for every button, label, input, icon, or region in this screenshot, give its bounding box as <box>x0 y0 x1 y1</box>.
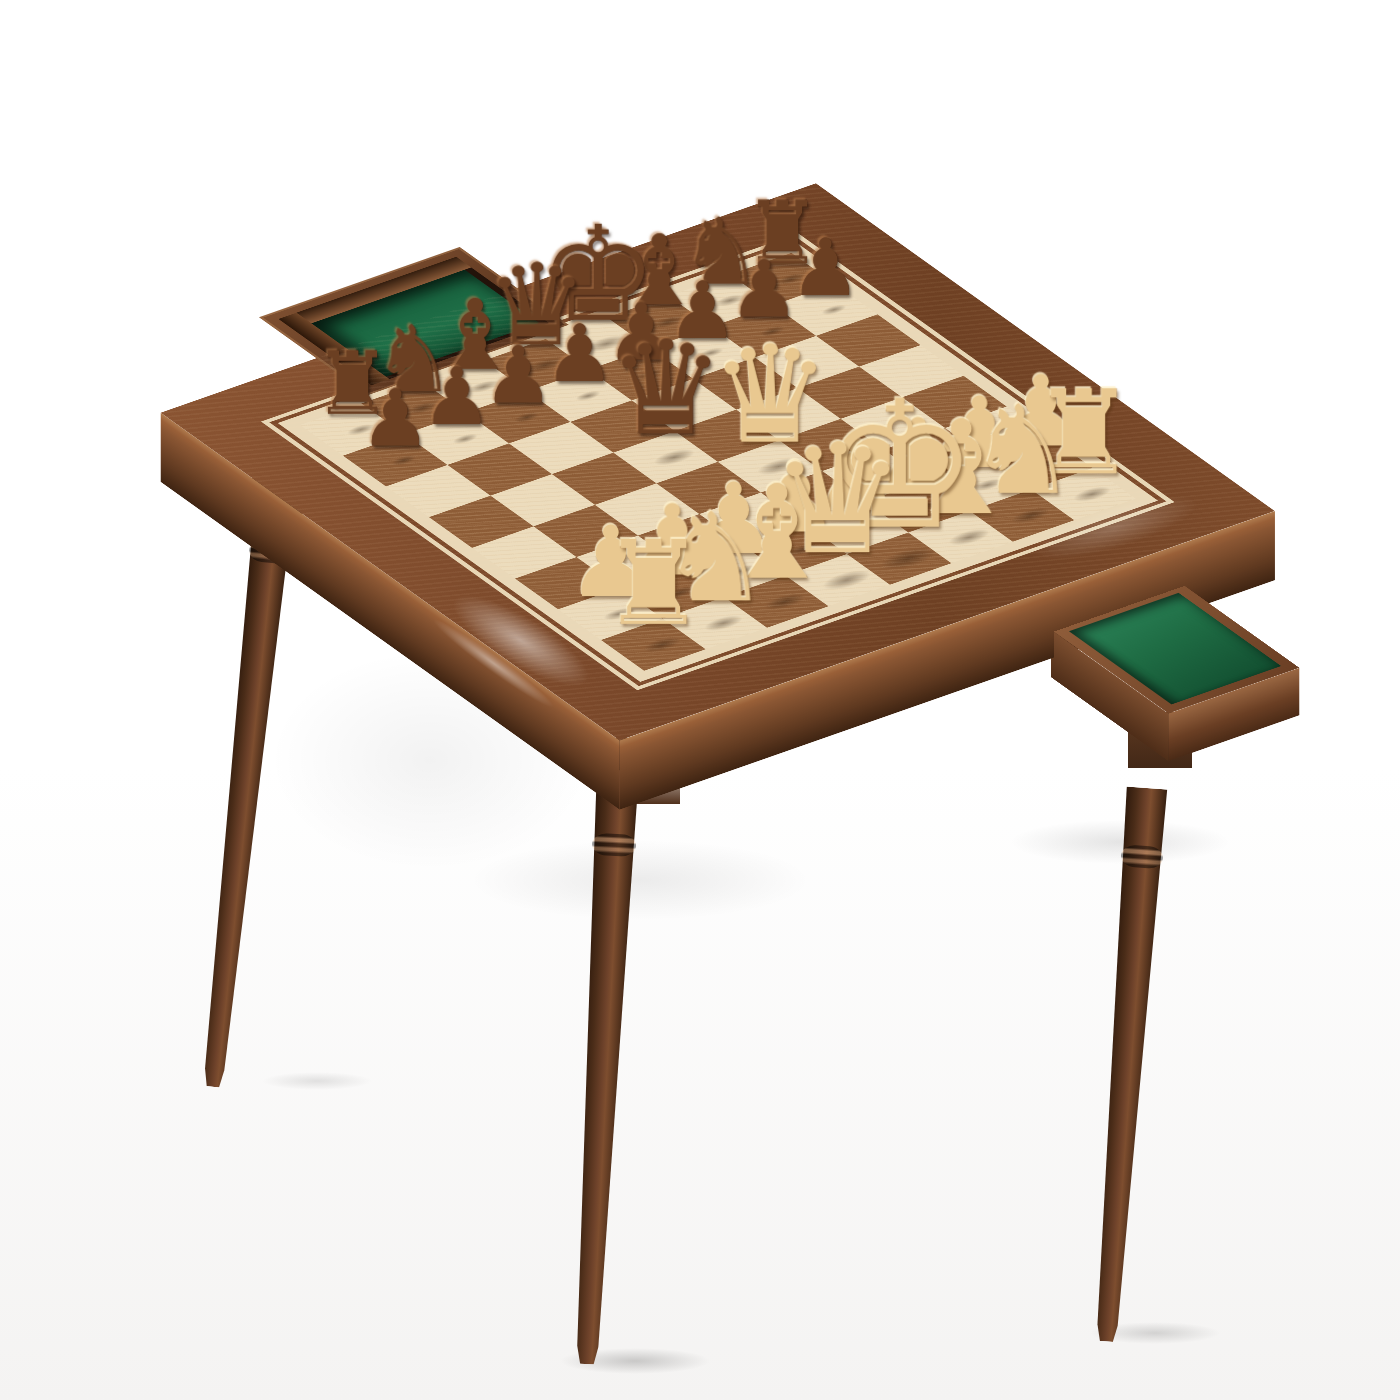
front-leg-turning <box>591 833 636 857</box>
left-leg-floor-shadow <box>262 1072 372 1090</box>
chess-table: ♜♞♝♛♚♝♞♜♟♟♟♟♟♟♟♟♛♛♟♟♟♟♟♟♟♟♜♞♝♛♚♝♞♜ <box>300 253 1136 671</box>
apron-shadow <box>470 840 810 920</box>
rook-icon: ♜ <box>595 528 712 645</box>
pawn-icon: ♟ <box>356 381 435 460</box>
right-leg <box>1083 786 1170 1343</box>
product-photo-chess-table: { "game": "chess", "scene_type": "overhe… <box>0 0 1400 1400</box>
right-leg-shaft <box>1083 786 1170 1343</box>
